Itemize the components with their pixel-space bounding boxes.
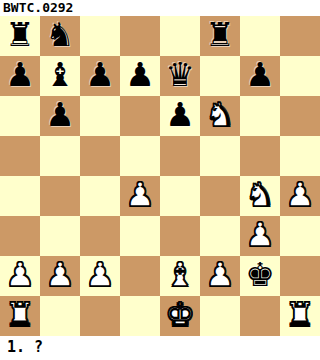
black-bishop-b7: ♝ (45, 55, 75, 95)
white-bishop-e2: ♝ (165, 255, 195, 295)
square-a3[interactable] (0, 216, 40, 256)
square-g6[interactable] (240, 96, 280, 136)
page-title: BWTC.0292 (0, 0, 320, 16)
chess-board: ♜♞♜♟♝♟♟♛♟♟♟♞♟♞♟♟♟♟♟♝♟♚♜♚♜ (0, 16, 320, 336)
square-f8[interactable]: ♜ (200, 16, 240, 56)
black-rook-f8: ♜ (205, 15, 235, 55)
square-d5[interactable] (120, 136, 160, 176)
black-pawn-a7: ♟ (5, 55, 35, 95)
square-g1[interactable] (240, 296, 280, 336)
black-pawn-e6: ♟ (165, 95, 195, 135)
square-g5[interactable] (240, 136, 280, 176)
square-h3[interactable] (280, 216, 320, 256)
square-f3[interactable] (200, 216, 240, 256)
move-prompt: 1. ? (0, 336, 320, 360)
square-g3[interactable]: ♟ (240, 216, 280, 256)
white-pawn-a2: ♟ (5, 255, 35, 295)
square-a1[interactable]: ♜ (0, 296, 40, 336)
square-c2[interactable]: ♟ (80, 256, 120, 296)
square-a2[interactable]: ♟ (0, 256, 40, 296)
black-knight-b8: ♞ (45, 15, 75, 55)
white-pawn-b2: ♟ (45, 255, 75, 295)
square-h2[interactable] (280, 256, 320, 296)
black-pawn-d7: ♟ (125, 55, 155, 95)
black-pawn-b6: ♟ (45, 95, 75, 135)
square-h5[interactable] (280, 136, 320, 176)
square-h4[interactable]: ♟ (280, 176, 320, 216)
square-e4[interactable] (160, 176, 200, 216)
square-f1[interactable] (200, 296, 240, 336)
square-a6[interactable] (0, 96, 40, 136)
square-d2[interactable] (120, 256, 160, 296)
square-b5[interactable] (40, 136, 80, 176)
square-e2[interactable]: ♝ (160, 256, 200, 296)
white-knight-f6: ♞ (205, 95, 235, 135)
square-f5[interactable] (200, 136, 240, 176)
chess-puzzle-app: BWTC.0292 ♜♞♜♟♝♟♟♛♟♟♟♞♟♞♟♟♟♟♟♝♟♚♜♚♜ 1. ? (0, 0, 320, 360)
square-h1[interactable]: ♜ (280, 296, 320, 336)
square-a7[interactable]: ♟ (0, 56, 40, 96)
square-e3[interactable] (160, 216, 200, 256)
white-pawn-h4: ♟ (285, 175, 315, 215)
square-e7[interactable]: ♛ (160, 56, 200, 96)
white-pawn-c2: ♟ (85, 255, 115, 295)
white-pawn-g3: ♟ (245, 215, 275, 255)
square-a8[interactable]: ♜ (0, 16, 40, 56)
square-h6[interactable] (280, 96, 320, 136)
square-b1[interactable] (40, 296, 80, 336)
square-d1[interactable] (120, 296, 160, 336)
square-g8[interactable] (240, 16, 280, 56)
square-c6[interactable] (80, 96, 120, 136)
white-king-e1: ♚ (165, 295, 195, 335)
square-b2[interactable]: ♟ (40, 256, 80, 296)
square-e6[interactable]: ♟ (160, 96, 200, 136)
black-king-g2: ♚ (245, 255, 275, 295)
black-pawn-g7: ♟ (245, 55, 275, 95)
square-f6[interactable]: ♞ (200, 96, 240, 136)
square-f4[interactable] (200, 176, 240, 216)
square-c1[interactable] (80, 296, 120, 336)
square-b3[interactable] (40, 216, 80, 256)
square-d4[interactable]: ♟ (120, 176, 160, 216)
square-c4[interactable] (80, 176, 120, 216)
white-rook-a1: ♜ (5, 295, 35, 335)
square-c5[interactable] (80, 136, 120, 176)
square-f2[interactable]: ♟ (200, 256, 240, 296)
white-knight-g4: ♞ (245, 175, 275, 215)
square-e8[interactable] (160, 16, 200, 56)
square-h7[interactable] (280, 56, 320, 96)
square-c3[interactable] (80, 216, 120, 256)
square-h8[interactable] (280, 16, 320, 56)
square-c8[interactable] (80, 16, 120, 56)
square-b6[interactable]: ♟ (40, 96, 80, 136)
square-f7[interactable] (200, 56, 240, 96)
black-rook-a8: ♜ (5, 15, 35, 55)
square-d3[interactable] (120, 216, 160, 256)
square-g4[interactable]: ♞ (240, 176, 280, 216)
square-b4[interactable] (40, 176, 80, 216)
square-g2[interactable]: ♚ (240, 256, 280, 296)
white-rook-h1: ♜ (285, 295, 315, 335)
square-b7[interactable]: ♝ (40, 56, 80, 96)
square-e5[interactable] (160, 136, 200, 176)
square-d8[interactable] (120, 16, 160, 56)
square-d6[interactable] (120, 96, 160, 136)
square-c7[interactable]: ♟ (80, 56, 120, 96)
black-pawn-c7: ♟ (85, 55, 115, 95)
white-pawn-d4: ♟ (125, 175, 155, 215)
square-a4[interactable] (0, 176, 40, 216)
square-d7[interactable]: ♟ (120, 56, 160, 96)
square-b8[interactable]: ♞ (40, 16, 80, 56)
white-pawn-f2: ♟ (205, 255, 235, 295)
square-g7[interactable]: ♟ (240, 56, 280, 96)
square-e1[interactable]: ♚ (160, 296, 200, 336)
square-a5[interactable] (0, 136, 40, 176)
black-queen-e7: ♛ (165, 55, 195, 95)
